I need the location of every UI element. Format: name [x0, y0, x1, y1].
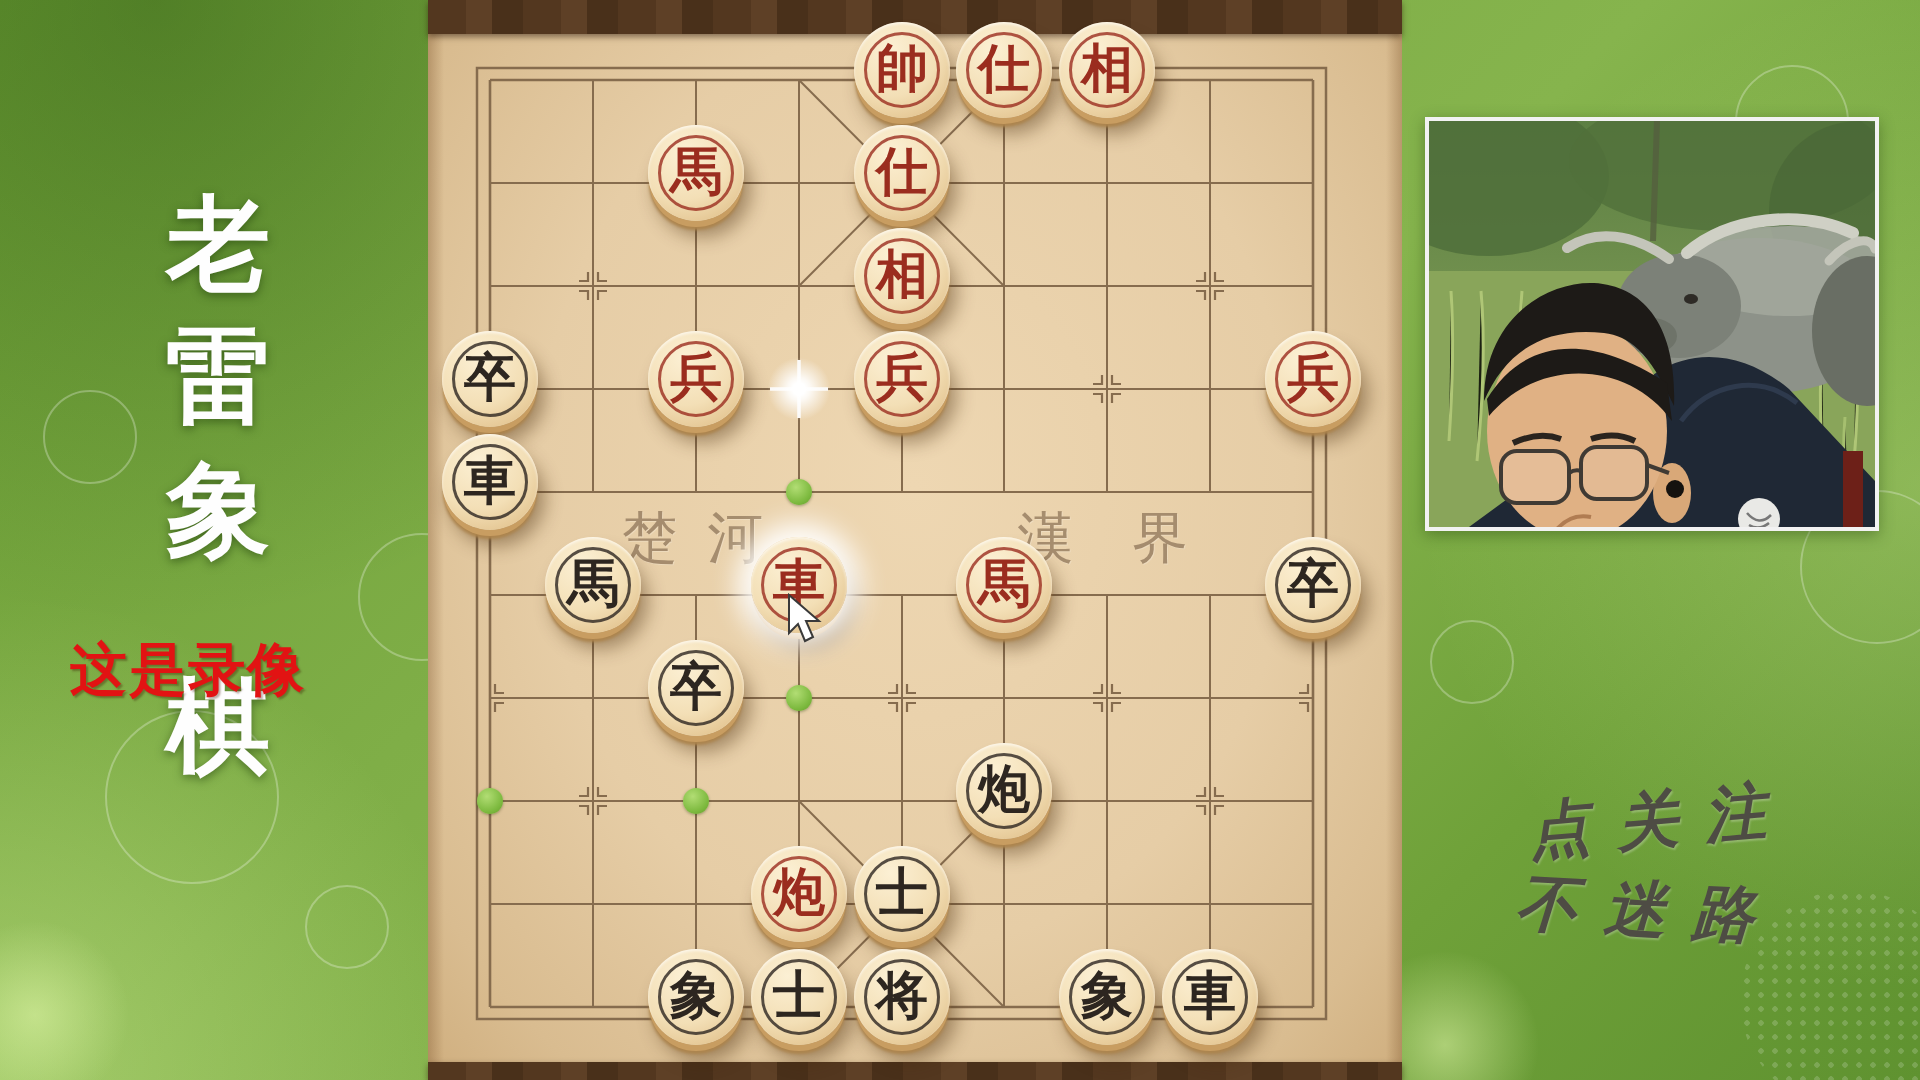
piece-black-elephant[interactable]: 象	[648, 949, 744, 1045]
piece-glyph: 卒	[464, 352, 516, 404]
piece-glyph: 馬	[670, 146, 722, 198]
piece-glyph: 卒	[1287, 558, 1339, 610]
deco-circle	[1430, 620, 1514, 704]
piece-glyph: 帥	[876, 43, 928, 95]
legal-move-dot[interactable]	[477, 788, 503, 814]
legal-move-dot[interactable]	[786, 685, 812, 711]
piece-red-cannon[interactable]: 炮	[751, 846, 847, 942]
piece-black-king[interactable]: 将	[854, 949, 950, 1045]
deco-circle	[43, 390, 137, 484]
piece-glyph: 相	[876, 249, 928, 301]
piece-black-chariot[interactable]: 車	[1162, 949, 1258, 1045]
piece-glyph: 車	[1184, 970, 1236, 1022]
deco-circle	[0, 920, 130, 1080]
piece-black-soldier[interactable]: 卒	[442, 331, 538, 427]
piece-glyph: 将	[876, 970, 928, 1022]
deco-circle	[305, 885, 389, 969]
piece-glyph: 士	[876, 867, 928, 919]
piece-red-elephant[interactable]: 相	[1059, 22, 1155, 118]
piece-black-elephant[interactable]: 象	[1059, 949, 1155, 1045]
piece-red-horse[interactable]: 馬	[956, 537, 1052, 633]
piece-glyph: 兵	[1287, 352, 1339, 404]
piece-black-cannon[interactable]: 炮	[956, 743, 1052, 839]
channel-title-char: 雷	[166, 308, 270, 448]
piece-black-advisor[interactable]: 士	[751, 949, 847, 1045]
piece-red-horse[interactable]: 馬	[648, 125, 744, 221]
xiangqi-board[interactable]: 楚河漢界 帥仕相馬仕相卒兵兵兵車馬車馬卒卒炮炮士象士将象車	[428, 0, 1402, 1080]
piece-black-chariot[interactable]: 車	[442, 434, 538, 530]
river-label: 界	[1132, 501, 1188, 577]
webcam-feed	[1425, 117, 1879, 531]
piece-glyph: 炮	[773, 867, 825, 919]
recording-caption: 这是录像	[70, 632, 306, 709]
piece-red-king[interactable]: 帥	[854, 22, 950, 118]
piece-red-advisor[interactable]: 仕	[854, 125, 950, 221]
piece-red-soldier[interactable]: 兵	[854, 331, 950, 427]
piece-glyph: 炮	[978, 764, 1030, 816]
piece-glyph: 馬	[978, 558, 1030, 610]
piece-glyph: 仕	[876, 146, 928, 198]
piece-black-horse[interactable]: 馬	[545, 537, 641, 633]
piece-red-advisor[interactable]: 仕	[956, 22, 1052, 118]
piece-red-soldier[interactable]: 兵	[1265, 331, 1361, 427]
mouse-cursor-icon	[785, 593, 825, 645]
piece-glyph: 馬	[567, 558, 619, 610]
channel-title-char: 象	[166, 442, 270, 582]
piece-black-soldier[interactable]: 卒	[648, 640, 744, 736]
piece-glyph: 相	[1081, 43, 1133, 95]
piece-red-elephant[interactable]: 相	[854, 228, 950, 324]
piece-black-soldier[interactable]: 卒	[1265, 537, 1361, 633]
legal-move-dot[interactable]	[683, 788, 709, 814]
legal-move-dot[interactable]	[786, 479, 812, 505]
piece-glyph: 兵	[876, 352, 928, 404]
piece-glyph: 士	[773, 970, 825, 1022]
piece-glyph: 車	[464, 455, 516, 507]
piece-glyph: 兵	[670, 352, 722, 404]
piece-glyph: 仕	[978, 43, 1030, 95]
piece-glyph: 卒	[670, 661, 722, 713]
caption-no-lost: 不迷路	[1514, 861, 1782, 959]
channel-title-char: 老	[166, 176, 270, 316]
piece-red-soldier[interactable]: 兵	[648, 331, 744, 427]
piece-black-advisor[interactable]: 士	[854, 846, 950, 942]
piece-glyph: 象	[670, 970, 722, 1022]
piece-glyph: 象	[1081, 970, 1133, 1022]
